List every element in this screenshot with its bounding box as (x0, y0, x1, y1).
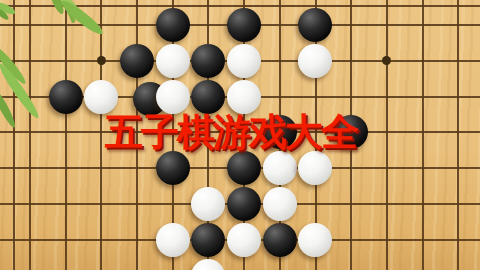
stone-white (227, 80, 261, 114)
stone-white (156, 44, 190, 78)
stone-black (191, 80, 225, 114)
stone-black (49, 80, 83, 114)
stone-black (191, 44, 225, 78)
stone-white (263, 151, 297, 185)
stone-black (227, 187, 261, 221)
stone-white (191, 259, 225, 270)
stone-black (227, 8, 261, 42)
stone-white (156, 80, 190, 114)
star-point (97, 56, 106, 65)
stone-black (156, 8, 190, 42)
stone-white (298, 223, 332, 257)
stone-black (191, 223, 225, 257)
stone-white (263, 187, 297, 221)
stone-white (84, 80, 118, 114)
stone-black (156, 151, 190, 185)
stone-white (191, 187, 225, 221)
stone-black (263, 223, 297, 257)
gomoku-splash-screen: 五子棋游戏大全 (0, 0, 480, 270)
stone-white (298, 151, 332, 185)
stone-black (227, 151, 261, 185)
game-title-overlay: 五子棋游戏大全 (105, 113, 357, 151)
stone-black (120, 44, 154, 78)
stone-black (298, 8, 332, 42)
stone-white (156, 223, 190, 257)
stone-white (227, 223, 261, 257)
stone-white (298, 44, 332, 78)
stone-white (227, 44, 261, 78)
star-point (382, 56, 391, 65)
